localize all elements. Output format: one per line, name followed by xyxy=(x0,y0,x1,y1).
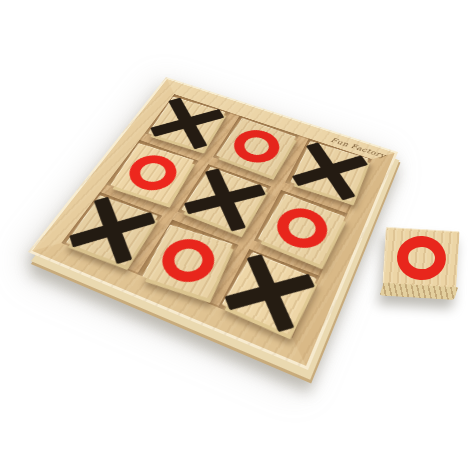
product-photo-scene: Fun Factory xyxy=(0,0,468,468)
loose-tile[interactable] xyxy=(382,227,459,288)
loose-tile-side-face xyxy=(379,283,458,300)
loose-tile-shadow-wrap xyxy=(0,0,468,468)
loose-tile-mark xyxy=(395,234,447,281)
